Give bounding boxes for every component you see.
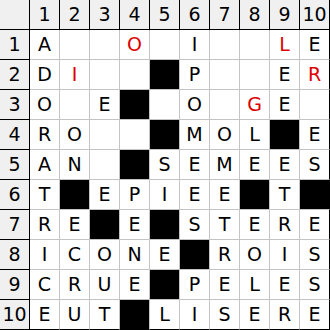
cell-r1c8[interactable]	[240, 30, 270, 60]
cell-r10c1[interactable]: E	[30, 300, 60, 330]
cell-r2c3[interactable]	[90, 60, 120, 90]
cell-r6c6[interactable]: E	[180, 180, 210, 210]
row-header-5: 5	[0, 150, 30, 180]
cell-r8c10[interactable]: S	[300, 240, 330, 270]
cell-r1c9[interactable]: L	[270, 30, 300, 60]
cell-r9c4[interactable]: E	[120, 270, 150, 300]
cell-r9c7[interactable]: E	[210, 270, 240, 300]
cell-r10c10[interactable]: E	[300, 300, 330, 330]
cell-r5c8[interactable]: E	[240, 150, 270, 180]
cell-r1c1[interactable]: A	[30, 30, 60, 60]
cell-r8c8[interactable]: O	[240, 240, 270, 270]
cell-r1c5[interactable]	[150, 30, 180, 60]
cell-r2c6[interactable]: P	[180, 60, 210, 90]
cell-r7c9[interactable]: R	[270, 210, 300, 240]
cell-r3c8[interactable]: G	[240, 90, 270, 120]
cell-r7c2[interactable]: E	[60, 210, 90, 240]
col-header-7: 7	[210, 0, 240, 30]
cell-r6c4[interactable]: P	[120, 180, 150, 210]
cell-r7c4[interactable]: E	[120, 210, 150, 240]
block-cell-r5c4	[120, 150, 150, 180]
col-header-6: 6	[180, 0, 210, 30]
cell-r5c10[interactable]: S	[300, 150, 330, 180]
cell-r7c7[interactable]: T	[210, 210, 240, 240]
col-header-8: 8	[240, 0, 270, 30]
block-cell-r6c2	[60, 180, 90, 210]
block-cell-r8c6	[180, 240, 210, 270]
col-header-5: 5	[150, 0, 180, 30]
cell-r9c9[interactable]: E	[270, 270, 300, 300]
cell-r2c4[interactable]	[120, 60, 150, 90]
row-header-8: 8	[0, 240, 30, 270]
block-cell-r7c5	[150, 210, 180, 240]
cell-r4c7[interactable]: O	[210, 120, 240, 150]
cell-r10c6[interactable]: I	[180, 300, 210, 330]
cell-r10c5[interactable]: L	[150, 300, 180, 330]
cell-r8c1[interactable]: I	[30, 240, 60, 270]
cell-r1c4[interactable]: O	[120, 30, 150, 60]
cell-r9c8[interactable]: L	[240, 270, 270, 300]
block-cell-r2c5	[150, 60, 180, 90]
row-header-7: 7	[0, 210, 30, 240]
cell-r9c3[interactable]: U	[90, 270, 120, 300]
cell-r6c5[interactable]: I	[150, 180, 180, 210]
cell-r4c3[interactable]	[90, 120, 120, 150]
col-header-2: 2	[60, 0, 90, 30]
row-header-1: 1	[0, 30, 30, 60]
cell-r9c1[interactable]: C	[30, 270, 60, 300]
cell-r3c10[interactable]	[300, 90, 330, 120]
cell-r5c3[interactable]	[90, 150, 120, 180]
row-header-10: 10	[0, 300, 30, 330]
row-header-2: 2	[0, 60, 30, 90]
cell-r3c3[interactable]: E	[90, 90, 120, 120]
crossword-grid: 123456789101AOILE2DIPER3OEOGE4ROMOLE5ANS…	[0, 0, 330, 330]
cell-r3c1[interactable]: O	[30, 90, 60, 120]
col-header-4: 4	[120, 0, 150, 30]
cell-r6c7[interactable]: E	[210, 180, 240, 210]
corner-cell	[0, 0, 30, 30]
row-header-4: 4	[0, 120, 30, 150]
cell-r8c2[interactable]: C	[60, 240, 90, 270]
cell-r1c2[interactable]	[60, 30, 90, 60]
col-header-10: 10	[300, 0, 330, 30]
block-cell-r4c9	[270, 120, 300, 150]
block-cell-r10c4	[120, 300, 150, 330]
block-cell-r3c4	[120, 90, 150, 120]
cell-r4c2[interactable]: O	[60, 120, 90, 150]
row-header-3: 3	[0, 90, 30, 120]
cell-r2c1[interactable]: D	[30, 60, 60, 90]
cell-r7c8[interactable]: E	[240, 210, 270, 240]
cell-r6c9[interactable]: T	[270, 180, 300, 210]
cell-r3c2[interactable]	[60, 90, 90, 120]
cell-r5c5[interactable]: S	[150, 150, 180, 180]
cell-r9c6[interactable]: P	[180, 270, 210, 300]
row-header-9: 9	[0, 270, 30, 300]
cell-r6c3[interactable]: E	[90, 180, 120, 210]
cell-r2c7[interactable]	[210, 60, 240, 90]
cell-r8c4[interactable]: N	[120, 240, 150, 270]
cell-r2c10[interactable]: R	[300, 60, 330, 90]
cell-r8c3[interactable]: O	[90, 240, 120, 270]
cell-r1c6[interactable]: I	[180, 30, 210, 60]
cell-r7c1[interactable]: R	[30, 210, 60, 240]
block-cell-r7c3	[90, 210, 120, 240]
cell-r4c10[interactable]: E	[300, 120, 330, 150]
cell-r1c10[interactable]: E	[300, 30, 330, 60]
cell-r7c10[interactable]: E	[300, 210, 330, 240]
cell-r4c4[interactable]	[120, 120, 150, 150]
cell-r8c5[interactable]: E	[150, 240, 180, 270]
cell-r3c9[interactable]: E	[270, 90, 300, 120]
cell-r10c9[interactable]: R	[270, 300, 300, 330]
cell-r9c2[interactable]: R	[60, 270, 90, 300]
cell-r5c6[interactable]: E	[180, 150, 210, 180]
block-cell-r9c5	[150, 270, 180, 300]
cell-r4c6[interactable]: M	[180, 120, 210, 150]
cell-r10c7[interactable]: S	[210, 300, 240, 330]
block-cell-r6c10	[300, 180, 330, 210]
cell-r7c6[interactable]: S	[180, 210, 210, 240]
cell-r8c9[interactable]: I	[270, 240, 300, 270]
cell-r5c7[interactable]: M	[210, 150, 240, 180]
cell-r2c2[interactable]: I	[60, 60, 90, 90]
cell-r6c1[interactable]: T	[30, 180, 60, 210]
col-header-9: 9	[270, 0, 300, 30]
cell-r4c1[interactable]: R	[30, 120, 60, 150]
cell-r5c9[interactable]: E	[270, 150, 300, 180]
row-header-6: 6	[0, 180, 30, 210]
cell-r9c10[interactable]: S	[300, 270, 330, 300]
cell-r1c3[interactable]	[90, 30, 120, 60]
cell-r1c7[interactable]	[210, 30, 240, 60]
cell-r10c2[interactable]: U	[60, 300, 90, 330]
cell-r10c3[interactable]: T	[90, 300, 120, 330]
col-header-3: 3	[90, 0, 120, 30]
cell-r2c9[interactable]: E	[270, 60, 300, 90]
cell-r8c7[interactable]: R	[210, 240, 240, 270]
col-header-1: 1	[30, 0, 60, 30]
cell-r3c5[interactable]	[150, 90, 180, 120]
cell-r5c2[interactable]: N	[60, 150, 90, 180]
block-cell-r6c8	[240, 180, 270, 210]
cell-r5c1[interactable]: A	[30, 150, 60, 180]
cell-r4c8[interactable]: L	[240, 120, 270, 150]
cell-r10c8[interactable]: E	[240, 300, 270, 330]
cell-r3c7[interactable]	[210, 90, 240, 120]
block-cell-r4c5	[150, 120, 180, 150]
cell-r2c8[interactable]	[240, 60, 270, 90]
cell-r3c6[interactable]: O	[180, 90, 210, 120]
